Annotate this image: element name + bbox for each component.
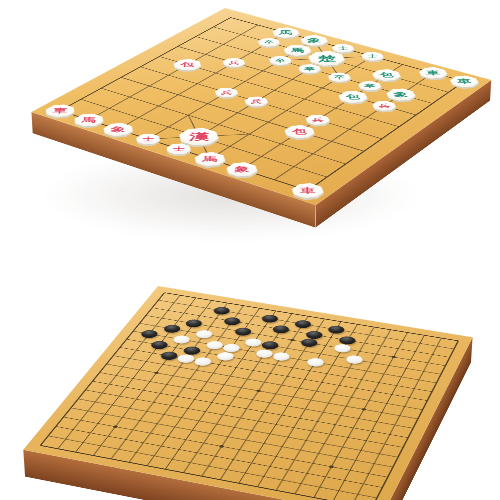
- go-board-scene: [0, 250, 500, 500]
- janggi-board-scene: 車馬象士士漢馬象車包包兵兵兵兵兵馬象士士車車楚馬包象卒卒卒卒卒包: [0, 0, 500, 250]
- product-photo-stage: 車馬象士士漢馬象車包包兵兵兵兵兵馬象士士車車楚馬包象卒卒卒卒卒包: [0, 0, 500, 500]
- go-board: [23, 286, 472, 500]
